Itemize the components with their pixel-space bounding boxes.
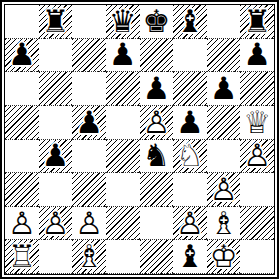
square-e4[interactable]: ♞ (140, 140, 174, 174)
pawn-outline-glyph: ♙ (210, 174, 238, 205)
square-c7[interactable] (72, 39, 106, 73)
piece-black-king[interactable]: ♚ (140, 5, 174, 38)
square-e8[interactable]: ♚ (140, 5, 174, 39)
square-e3[interactable] (140, 173, 174, 207)
chess-board: ♜♛♚♝♜♟♟♟♟♟♟♟♙♟♛♕♟♞♞♘♟♙♟♙♟♙♟♙♟♙♟♙♝♗♜♖♝♗♝♚… (4, 4, 275, 275)
chess-diagram: ♜♛♚♝♜♟♟♟♟♟♟♟♙♟♛♕♟♞♞♘♟♙♟♙♟♙♟♙♟♙♟♙♝♗♜♖♝♗♝♚… (0, 0, 279, 279)
square-d2[interactable] (106, 207, 140, 241)
square-d4[interactable] (106, 140, 140, 174)
square-a6[interactable] (5, 72, 39, 106)
square-h3[interactable] (240, 173, 274, 207)
square-d6[interactable] (106, 72, 140, 106)
bishop-glyph: ♝ (176, 241, 204, 272)
square-a3[interactable] (5, 173, 39, 207)
pawn-outline-glyph: ♙ (8, 208, 36, 239)
piece-white-pawn[interactable]: ♟♙ (39, 207, 73, 240)
square-a5[interactable] (5, 106, 39, 140)
pawn-glyph: ♟ (142, 73, 170, 104)
square-f1[interactable]: ♝ (173, 240, 207, 274)
piece-white-pawn[interactable]: ♟♙ (72, 207, 106, 240)
square-b8[interactable]: ♜ (39, 5, 73, 39)
piece-white-pawn[interactable]: ♟♙ (207, 173, 241, 206)
piece-white-bishop[interactable]: ♝♗ (207, 207, 241, 240)
square-b1[interactable] (39, 240, 73, 274)
square-b4[interactable]: ♟ (39, 140, 73, 174)
square-a2[interactable]: ♟♙ (5, 207, 39, 241)
square-e7[interactable] (140, 39, 174, 73)
bishop-outline-glyph: ♗ (210, 208, 238, 239)
square-b7[interactable] (39, 39, 73, 73)
rook-outline-glyph: ♖ (8, 241, 36, 272)
piece-white-pawn[interactable]: ♟♙ (140, 106, 174, 139)
square-g6[interactable]: ♟ (207, 72, 241, 106)
piece-black-pawn[interactable]: ♟ (106, 39, 140, 72)
piece-white-king[interactable]: ♚♔ (207, 240, 241, 273)
piece-black-pawn[interactable]: ♟ (140, 72, 174, 105)
bishop-outline-glyph: ♗ (75, 241, 103, 272)
square-h8[interactable]: ♜ (240, 5, 274, 39)
square-d1[interactable] (106, 240, 140, 274)
square-b5[interactable] (39, 106, 73, 140)
piece-black-queen[interactable]: ♛ (106, 5, 140, 38)
square-h5[interactable]: ♛♕ (240, 106, 274, 140)
piece-black-pawn[interactable]: ♟ (72, 106, 106, 139)
square-d8[interactable]: ♛ (106, 5, 140, 39)
piece-black-pawn[interactable]: ♟ (39, 140, 73, 173)
square-a8[interactable] (5, 5, 39, 39)
piece-black-bishop[interactable]: ♝ (173, 240, 207, 273)
square-g5[interactable] (207, 106, 241, 140)
pawn-outline-glyph: ♙ (142, 107, 170, 138)
queen-glyph: ♛ (109, 6, 137, 37)
piece-white-pawn[interactable]: ♟♙ (5, 207, 39, 240)
rook-glyph: ♜ (243, 6, 271, 37)
square-h2[interactable] (240, 207, 274, 241)
king-glyph: ♚ (142, 6, 170, 37)
square-e2[interactable] (140, 207, 174, 241)
pawn-glyph: ♟ (243, 39, 271, 70)
square-h4[interactable]: ♟♙ (240, 140, 274, 174)
pawn-outline-glyph: ♙ (75, 208, 103, 239)
square-c1[interactable]: ♝♗ (72, 240, 106, 274)
square-c6[interactable] (72, 72, 106, 106)
piece-white-bishop[interactable]: ♝♗ (72, 240, 106, 273)
knight-outline-glyph: ♘ (176, 140, 204, 171)
square-f5[interactable]: ♟ (173, 106, 207, 140)
square-e5[interactable]: ♟♙ (140, 106, 174, 140)
pawn-outline-glyph: ♙ (243, 140, 271, 171)
pawn-outline-glyph: ♙ (176, 208, 204, 239)
square-h1[interactable] (240, 240, 274, 274)
piece-black-pawn[interactable]: ♟ (240, 39, 274, 72)
square-a1[interactable]: ♜♖ (5, 240, 39, 274)
piece-black-pawn[interactable]: ♟ (5, 39, 39, 72)
square-g1[interactable]: ♚♔ (207, 240, 241, 274)
square-f7[interactable] (173, 39, 207, 73)
piece-white-knight[interactable]: ♞♘ (173, 140, 207, 173)
square-d7[interactable]: ♟ (106, 39, 140, 73)
piece-black-pawn[interactable]: ♟ (207, 72, 241, 105)
square-c4[interactable] (72, 140, 106, 174)
square-a4[interactable] (5, 140, 39, 174)
piece-black-knight[interactable]: ♞ (140, 140, 174, 173)
square-c8[interactable] (72, 5, 106, 39)
queen-outline-glyph: ♕ (243, 107, 271, 138)
square-b2[interactable]: ♟♙ (39, 207, 73, 241)
square-g8[interactable] (207, 5, 241, 39)
bishop-glyph: ♝ (176, 6, 204, 37)
piece-black-bishop[interactable]: ♝ (173, 5, 207, 38)
rook-glyph: ♜ (42, 6, 70, 37)
knight-glyph: ♞ (142, 140, 170, 171)
square-g4[interactable] (207, 140, 241, 174)
square-f3[interactable] (173, 173, 207, 207)
square-d5[interactable] (106, 106, 140, 140)
piece-white-pawn[interactable]: ♟♙ (173, 207, 207, 240)
square-f6[interactable] (173, 72, 207, 106)
pawn-glyph: ♟ (8, 39, 36, 70)
square-g3[interactable]: ♟♙ (207, 173, 241, 207)
piece-white-queen[interactable]: ♛♕ (240, 106, 274, 139)
square-g2[interactable]: ♝♗ (207, 207, 241, 241)
pawn-glyph: ♟ (109, 39, 137, 70)
square-h7[interactable]: ♟ (240, 39, 274, 73)
pawn-glyph: ♟ (75, 107, 103, 138)
square-e6[interactable]: ♟ (140, 72, 174, 106)
piece-black-pawn[interactable]: ♟ (173, 106, 207, 139)
square-e1[interactable] (140, 240, 174, 274)
square-d3[interactable] (106, 173, 140, 207)
pawn-glyph: ♟ (42, 140, 70, 171)
pawn-outline-glyph: ♙ (42, 208, 70, 239)
square-b6[interactable] (39, 72, 73, 106)
square-f4[interactable]: ♞♘ (173, 140, 207, 174)
piece-black-rook[interactable]: ♜ (240, 5, 274, 38)
square-c3[interactable] (72, 173, 106, 207)
square-g7[interactable] (207, 39, 241, 73)
piece-black-rook[interactable]: ♜ (39, 5, 73, 38)
pawn-glyph: ♟ (176, 107, 204, 138)
square-c2[interactable]: ♟♙ (72, 207, 106, 241)
pawn-glyph: ♟ (210, 73, 238, 104)
piece-white-pawn[interactable]: ♟♙ (240, 140, 274, 173)
square-f8[interactable]: ♝ (173, 5, 207, 39)
piece-white-rook[interactable]: ♜♖ (5, 240, 39, 273)
king-outline-glyph: ♔ (210, 241, 238, 272)
square-a7[interactable]: ♟ (5, 39, 39, 73)
square-b3[interactable] (39, 173, 73, 207)
square-c5[interactable]: ♟ (72, 106, 106, 140)
square-f2[interactable]: ♟♙ (173, 207, 207, 241)
square-h6[interactable] (240, 72, 274, 106)
